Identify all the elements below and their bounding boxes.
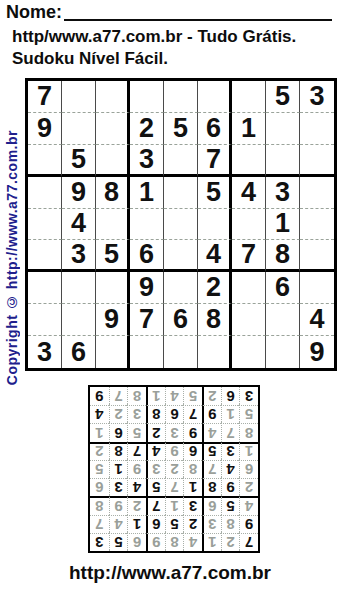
given-digit: 9 [245,517,253,532]
given-digit: 7 [245,535,253,550]
given-digit: 3 [226,444,234,459]
given-digit: 3 [189,499,197,514]
puzzle-cell-r8c4: 7 [130,304,164,336]
puzzle-cell-r9c6 [198,336,232,368]
puzzle-cell-r8c2 [62,304,96,336]
sudoku-print-page: Nome: http/www.a77.com.br - Tudo Grátis.… [0,0,340,596]
puzzle-cell-r1c9: 3 [300,81,334,113]
solution-cell-r1c9: 3 [90,533,109,551]
solution-cell-r1c1: 7 [239,533,258,551]
given-digit: 5 [114,535,122,550]
puzzle-cell-r2c6: 6 [198,113,232,145]
given-digit: 2 [152,426,160,441]
given-digit: 6 [189,444,197,459]
puzzle-cell-r7c4: 9 [130,272,164,304]
given-digit: 5 [226,499,234,514]
given-digit: 4 [226,462,234,477]
solved-digit: 2 [208,389,216,404]
solution-cell-r3c3: 6 [202,496,221,514]
solution-cell-r5c4: 8 [183,460,202,478]
solution-cell-r4c2: 9 [221,478,240,496]
solution-cell-r8c8: 2 [109,405,128,423]
solution-cell-r3c1: 4 [239,496,258,514]
solution-cell-r2c3: 3 [202,515,221,533]
given-digit: 2 [206,274,221,301]
solution-cell-r5c3: 7 [202,460,221,478]
given-digit: 9 [104,306,119,333]
puzzle-cell-r9c5 [164,336,198,368]
given-digit: 8 [114,444,122,459]
solved-digit: 8 [226,517,234,532]
given-digit: 6 [114,426,122,441]
solution-cell-r7c9: 1 [90,423,109,441]
solution-cell-r5c1: 6 [239,460,258,478]
solved-digit: 4 [245,499,253,514]
puzzle-cell-r5c7 [232,209,266,241]
puzzle-cell-r1c5 [164,81,198,113]
puzzle-cell-r4c5 [164,177,198,209]
solution-cell-r6c4: 6 [183,442,202,460]
given-digit: 5 [71,146,86,173]
solved-digit: 6 [95,480,103,495]
solution-cell-r9c9: 9 [90,387,109,405]
solution-cell-r3c6: 7 [146,496,165,514]
solution-cell-r5c9: 5 [90,460,109,478]
given-digit: 3 [309,83,324,110]
solved-digit: 5 [95,462,103,477]
solved-digit: 8 [170,535,178,550]
solved-digit: 1 [226,407,234,422]
footer-url: http://www.a77.com.br [0,562,340,584]
solved-digit: 8 [133,389,141,404]
solution-cell-r4c3: 8 [202,478,221,496]
puzzle-cell-r5c5 [164,209,198,241]
given-digit: 3 [245,389,253,404]
puzzle-cell-r7c9 [300,272,334,304]
solved-digit: 4 [114,517,122,532]
given-digit: 3 [37,339,52,366]
puzzle-cell-r8c9: 4 [300,304,334,336]
solution-cell-r9c1: 3 [239,387,258,405]
puzzle-cell-r6c6: 4 [198,240,232,272]
puzzle-cell-r7c3 [96,272,130,304]
given-digit: 5 [170,517,178,532]
given-digit: 5 [173,115,188,142]
solution-cell-r6c1: 1 [239,442,258,460]
puzzle-cell-r7c1 [28,272,62,304]
puzzle-cell-r1c8: 5 [266,81,300,113]
given-digit: 9 [189,426,197,441]
given-digit: 9 [95,389,103,404]
given-digit: 3 [275,179,290,206]
solution-cell-r4c9: 6 [90,478,109,496]
puzzle-cell-r2c9 [300,113,334,145]
solution-cell-r7c1: 8 [239,423,258,441]
puzzle-cell-r8c5: 6 [164,304,198,336]
puzzle-cell-r4c7: 4 [232,177,266,209]
solved-digit: 4 [189,535,197,550]
given-digit: 1 [114,462,122,477]
solution-cell-r7c4: 9 [183,423,202,441]
solution-cell-r4c5: 7 [165,478,184,496]
solved-digit: 4 [170,389,178,404]
puzzle-cell-r2c8 [266,113,300,145]
solution-cell-r8c5: 6 [165,405,184,423]
puzzle-cell-r7c6: 2 [198,272,232,304]
solution-cell-r4c7: 4 [127,478,146,496]
puzzle-cell-r5c9 [300,209,334,241]
solution-cell-r1c4: 4 [183,533,202,551]
solution-cell-r3c8: 9 [109,496,128,514]
puzzle-cell-r9c1: 3 [28,336,62,368]
solved-digit: 1 [208,535,216,550]
puzzle-cell-r8c8 [266,304,300,336]
given-digit: 1 [133,517,141,532]
given-digit: 5 [208,444,216,459]
given-digit: 2 [189,517,197,532]
solved-digit: 1 [245,444,253,459]
given-digit: 2 [139,115,154,142]
solved-digit: 2 [245,480,253,495]
solved-digit: 3 [208,517,216,532]
puzzle-cell-r5c2: 4 [62,209,96,241]
solution-cell-r6c2: 3 [221,442,240,460]
given-digit: 8 [104,179,119,206]
given-digit: 6 [173,306,188,333]
puzzle-cell-r6c5 [164,240,198,272]
sudoku-grid: 753925615379815434135647892697684369 [25,78,337,371]
puzzle-cell-r4c2: 9 [62,177,96,209]
puzzle-cell-r1c1: 7 [28,81,62,113]
solved-digit: 8 [189,462,197,477]
solution-cell-r9c2: 6 [221,387,240,405]
solved-digit: 7 [95,517,103,532]
solution-cell-r6c5: 9 [165,442,184,460]
puzzle-cell-r4c4: 1 [130,177,164,209]
puzzle-cell-r9c8 [266,336,300,368]
given-digit: 7 [133,444,141,459]
solution-cell-r4c6: 5 [146,478,165,496]
solution-cell-r6c8: 8 [109,442,128,460]
solution-cell-r2c8: 4 [109,515,128,533]
solution-cell-r1c6: 9 [146,533,165,551]
given-digit: 5 [206,179,221,206]
puzzle-cell-r4c9 [300,177,334,209]
solution-cell-r5c8: 1 [109,460,128,478]
solution-cell-r3c9: 8 [90,496,109,514]
solved-digit: 9 [170,444,178,459]
given-digit: 7 [139,306,154,333]
puzzle-cell-r9c7 [232,336,266,368]
solution-cell-r5c6: 3 [146,460,165,478]
puzzle-cell-r1c2 [62,81,96,113]
given-digit: 4 [71,210,86,237]
puzzle-cell-r6c8: 8 [266,240,300,272]
given-digit: 1 [275,210,290,237]
solution-cell-r8c3: 9 [202,405,221,423]
solution-cell-r2c6: 6 [146,515,165,533]
solution-cell-r9c5: 4 [165,387,184,405]
puzzle-cell-r5c4 [130,209,164,241]
puzzle-cell-r5c8: 1 [266,209,300,241]
solved-digit: 3 [152,462,160,477]
puzzle-level-title: Sudoku Nível Fácil. [12,49,168,69]
puzzle-cell-r6c4: 6 [130,240,164,272]
solution-cell-r3c2: 5 [221,496,240,514]
solved-digit: 7 [170,480,178,495]
solution-cell-r6c6: 4 [146,442,165,460]
solution-cell-r8c7: 3 [127,405,146,423]
solution-cell-r7c7: 5 [127,423,146,441]
puzzle-cell-r3c8 [266,145,300,177]
puzzle-cell-r1c7 [232,81,266,113]
solved-digit: 6 [208,499,216,514]
puzzle-cell-r3c9 [300,145,334,177]
solution-cell-r7c2: 7 [221,423,240,441]
given-digit: 6 [170,407,178,422]
solved-digit: 3 [170,426,178,441]
copyright-vertical-text: Copyright © http://www.a77.com.br [0,84,23,432]
solution-cell-r2c7: 1 [127,515,146,533]
solved-digit: 1 [152,389,160,404]
solution-cell-r4c8: 3 [109,478,128,496]
puzzle-cell-r8c1 [28,304,62,336]
given-digit: 6 [71,339,86,366]
given-digit: 4 [152,444,160,459]
solution-cell-r2c2: 8 [221,515,240,533]
given-digit: 9 [37,115,52,142]
solution-cell-r4c1: 2 [239,478,258,496]
solved-digit: 5 [245,407,253,422]
puzzle-cell-r7c2 [62,272,96,304]
puzzle-cell-r7c7 [232,272,266,304]
puzzle-cell-r4c6: 5 [198,177,232,209]
puzzle-cell-r4c8: 3 [266,177,300,209]
name-row: Nome: [6,2,332,23]
solved-digit: 4 [208,426,216,441]
given-digit: 4 [95,407,103,422]
solution-cell-r9c7: 8 [127,387,146,405]
puzzle-cell-r8c3: 9 [96,304,130,336]
given-digit: 5 [275,83,290,110]
given-digit: 8 [275,241,290,268]
puzzle-cell-r6c1 [28,240,62,272]
given-digit: 6 [152,517,160,532]
puzzle-cell-r6c7: 7 [232,240,266,272]
puzzle-cell-r2c5: 5 [164,113,198,145]
puzzle-cell-r5c6 [198,209,232,241]
given-digit: 3 [71,241,86,268]
puzzle-cell-r3c2: 5 [62,145,96,177]
solution-cell-r7c5: 3 [165,423,184,441]
given-digit: 9 [226,480,234,495]
given-digit: 1 [139,179,154,206]
solution-cell-r2c1: 9 [239,515,258,533]
solved-digit: 2 [133,499,141,514]
solved-digit: 6 [245,462,253,477]
puzzle-cell-r3c6: 7 [198,145,232,177]
puzzle-cell-r7c8: 6 [266,272,300,304]
solved-digit: 1 [170,499,178,514]
given-digit: 7 [189,407,197,422]
puzzle-cell-r6c2: 3 [62,240,96,272]
solution-cell-r9c4: 5 [183,387,202,405]
name-label: Nome: [6,2,62,23]
solved-digit: 2 [114,407,122,422]
given-digit: 4 [241,179,256,206]
solved-digit: 6 [133,535,141,550]
given-digit: 7 [241,241,256,268]
solution-cell-r5c2: 4 [221,460,240,478]
solved-digit: 7 [114,389,122,404]
given-digit: 4 [309,306,324,333]
solution-cell-r2c5: 5 [165,515,184,533]
puzzle-cell-r4c1 [28,177,62,209]
solution-cell-r3c4: 3 [183,496,202,514]
solved-digit: 5 [189,389,197,404]
solution-cell-r7c6: 2 [146,423,165,441]
solution-cell-r9c6: 1 [146,387,165,405]
name-underline [64,3,332,21]
puzzle-cell-r2c2 [62,113,96,145]
given-digit: 6 [226,389,234,404]
solution-cell-r1c8: 5 [109,533,128,551]
puzzle-cell-r3c1 [28,145,62,177]
solution-cell-r6c3: 5 [202,442,221,460]
given-digit: 9 [71,179,86,206]
solution-cell-r1c5: 8 [165,533,184,551]
solution-cell-r8c1: 5 [239,405,258,423]
solution-cell-r1c2: 2 [221,533,240,551]
given-digit: 6 [206,115,221,142]
solution-cell-r8c9: 4 [90,405,109,423]
given-digit: 9 [139,274,154,301]
solved-digit: 7 [208,462,216,477]
puzzle-cell-r6c9 [300,240,334,272]
given-digit: 3 [114,480,122,495]
puzzle-cell-r1c6 [198,81,232,113]
given-digit: 5 [104,241,119,268]
puzzle-cell-r3c5 [164,145,198,177]
given-digit: 1 [189,480,197,495]
given-digit: 7 [152,499,160,514]
solution-cell-r8c4: 7 [183,405,202,423]
solution-cell-r5c7: 9 [127,460,146,478]
puzzle-cell-r1c3 [96,81,130,113]
solution-cell-r7c8: 6 [109,423,128,441]
solved-digit: 2 [226,535,234,550]
given-digit: 5 [152,480,160,495]
solution-cell-r4c4: 1 [183,478,202,496]
solved-digit: 2 [170,462,178,477]
given-digit: 4 [206,241,221,268]
solution-cell-r3c7: 2 [127,496,146,514]
puzzle-cell-r9c4 [130,336,164,368]
solved-digit: 8 [95,499,103,514]
solved-digit: 9 [152,535,160,550]
solved-digit: 3 [133,407,141,422]
puzzle-cell-r5c3 [96,209,130,241]
solution-cell-r5c5: 2 [165,460,184,478]
given-digit: 4 [133,480,141,495]
puzzle-cell-r9c3 [96,336,130,368]
solution-cell-r2c9: 7 [90,515,109,533]
solution-cell-r1c7: 6 [127,533,146,551]
solution-cell-r3c5: 1 [165,496,184,514]
solved-digit: 8 [245,426,253,441]
solution-cell-r9c8: 7 [109,387,128,405]
given-digit: 9 [309,339,324,366]
solution-cell-r1c3: 1 [202,533,221,551]
solution-cell-r8c2: 1 [221,405,240,423]
given-digit: 8 [208,480,216,495]
solution-cell-r2c4: 2 [183,515,202,533]
puzzle-cell-r9c9: 9 [300,336,334,368]
solution-cell-r9c3: 2 [202,387,221,405]
solution-cell-r8c6: 8 [146,405,165,423]
given-digit: 9 [208,407,216,422]
puzzle-cell-r3c7 [232,145,266,177]
solved-digit: 5 [133,426,141,441]
puzzle-cell-r2c1: 9 [28,113,62,145]
given-digit: 6 [275,274,290,301]
solved-digit: 7 [226,426,234,441]
site-tagline: http/www.a77.com.br - Tudo Grátis. [12,27,296,47]
puzzle-cell-r8c7 [232,304,266,336]
given-digit: 6 [139,241,154,268]
given-digit: 7 [37,83,52,110]
given-digit: 3 [139,146,154,173]
puzzle-cell-r9c2: 6 [62,336,96,368]
solved-digit: 1 [95,426,103,441]
solution-grid-rotated: 7214896539832561474563172982981754366478… [88,385,260,553]
solution-cell-r6c9: 2 [90,442,109,460]
puzzle-cell-r2c7: 1 [232,113,266,145]
given-digit: 8 [152,407,160,422]
puzzle-cell-r3c4: 3 [130,145,164,177]
solution-cell-r7c3: 4 [202,423,221,441]
puzzle-cell-r8c6: 8 [198,304,232,336]
solution-cell-r6c7: 7 [127,442,146,460]
puzzle-cell-r6c3: 5 [96,240,130,272]
puzzle-cell-r3c3 [96,145,130,177]
solved-digit: 9 [114,499,122,514]
puzzle-cell-r2c3 [96,113,130,145]
given-digit: 8 [206,306,221,333]
given-digit: 3 [95,535,103,550]
puzzle-cell-r2c4: 2 [130,113,164,145]
given-digit: 1 [241,115,256,142]
puzzle-cell-r4c3: 8 [96,177,130,209]
puzzle-cell-r5c1 [28,209,62,241]
solved-digit: 9 [133,462,141,477]
given-digit: 7 [206,146,221,173]
puzzle-cell-r7c5 [164,272,198,304]
solved-digit: 2 [95,444,103,459]
puzzle-cell-r1c4 [130,81,164,113]
